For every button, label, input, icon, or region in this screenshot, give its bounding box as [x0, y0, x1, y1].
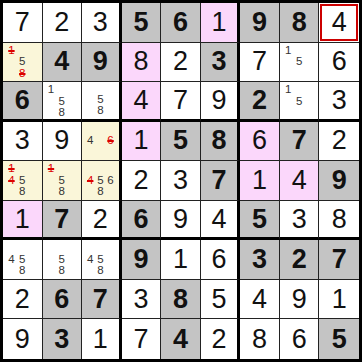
cell-r1c8[interactable]: 8: [280, 3, 320, 43]
cell-r9c7[interactable]: 8: [240, 319, 280, 359]
cell-value: 3: [292, 206, 307, 233]
cell-value: 1: [133, 127, 148, 154]
cell-value: 5: [133, 9, 148, 36]
cell-value: 8: [173, 286, 188, 313]
cell-value: 2: [15, 286, 30, 313]
cell-r9c5[interactable]: 4: [161, 319, 201, 359]
candidate-mark: 4: [8, 254, 14, 266]
cell-value: 2: [212, 326, 227, 353]
cell-r3c5[interactable]: 7: [161, 82, 201, 122]
cell-r6c3[interactable]: 2: [82, 201, 122, 241]
cell-r2c7[interactable]: 7: [240, 43, 280, 83]
cell-r5c6[interactable]: 7: [201, 161, 241, 201]
candidate-mark: 8: [59, 107, 65, 119]
candidate-mark: 5: [296, 96, 302, 108]
cell-value: 2: [173, 48, 188, 75]
cell-r4c9[interactable]: 2: [319, 122, 359, 162]
cell-value: 6: [292, 326, 307, 353]
cell-value: 8: [212, 127, 227, 154]
candidate-mark-struck: 1: [48, 163, 54, 175]
cell-r6c1[interactable]: 1: [3, 201, 43, 241]
candidate-grid: 1458: [3, 161, 42, 200]
candidate-grid: 158: [43, 161, 82, 200]
cell-r2c6[interactable]: 3: [201, 43, 241, 83]
cell-r1c2[interactable]: 2: [43, 3, 83, 43]
candidate-grid: 158: [43, 82, 82, 119]
cell-r7c9[interactable]: 7: [319, 240, 359, 280]
cell-value: 1: [332, 286, 347, 313]
cell-value: 2: [54, 9, 69, 36]
cell-r9c2[interactable]: 3: [43, 319, 83, 359]
cell-value: 5: [332, 326, 347, 353]
cell-value: 3: [252, 246, 267, 273]
cell-r6c8[interactable]: 3: [280, 201, 320, 241]
candidate-mark: 8: [97, 265, 103, 277]
cell-r8c3[interactable]: 7: [82, 280, 122, 320]
cell-r5c7[interactable]: 1: [240, 161, 280, 201]
cell-value: 6: [212, 246, 227, 273]
cell-value: 6: [15, 87, 30, 114]
cell-value: 9: [212, 87, 227, 114]
cell-r8c2[interactable]: 6: [43, 280, 83, 320]
cell-value: 3: [93, 9, 108, 36]
candidate-mark: 8: [97, 186, 103, 198]
candidate-grid: 458: [82, 240, 119, 279]
cell-r2c9[interactable]: 6: [319, 43, 359, 83]
cell-value: 4: [54, 48, 69, 75]
candidate-grid: 46: [82, 122, 119, 161]
cell-r7c4[interactable]: 9: [122, 240, 162, 280]
cell-value: 4: [133, 87, 148, 114]
cell-value: 2: [292, 246, 307, 273]
cell-r9c9[interactable]: 5: [319, 319, 359, 359]
cell-r4c2[interactable]: 9: [43, 122, 83, 162]
cell-value: 8: [133, 48, 148, 75]
cell-value: 6: [332, 48, 347, 75]
cell-value: 1: [15, 206, 30, 233]
cell-r4c6[interactable]: 8: [201, 122, 241, 162]
cell-r1c3[interactable]: 3: [82, 3, 122, 43]
cell-r4c7[interactable]: 6: [240, 122, 280, 162]
cell-value: 7: [332, 246, 347, 273]
candidate-mark-struck: 4: [87, 175, 93, 187]
cell-value: 2: [93, 206, 108, 233]
candidate-grid: 58: [82, 82, 119, 119]
cell-r7c8[interactable]: 2: [280, 240, 320, 280]
cell-value: 9: [133, 246, 148, 273]
cell-value: 2: [133, 167, 148, 194]
cell-r3c4[interactable]: 4: [122, 82, 162, 122]
cell-value: 9: [332, 167, 347, 194]
candidate-grid: 458: [3, 240, 42, 279]
cell-value: 9: [93, 48, 108, 75]
cell-r9c8[interactable]: 6: [280, 319, 320, 359]
cell-r6c5[interactable]: 9: [161, 201, 201, 241]
cell-r5c8[interactable]: 4: [280, 161, 320, 201]
cell-r1c5[interactable]: 6: [161, 3, 201, 43]
candidate-mark-struck: 1: [8, 163, 14, 175]
sudoku-board: 7235619841584982371566158584792153394615…: [0, 0, 362, 362]
cell-value: 7: [212, 167, 227, 194]
cell-r2c8[interactable]: 15: [280, 43, 320, 83]
cell-r8c8[interactable]: 9: [280, 280, 320, 320]
cell-value: 1: [93, 326, 108, 353]
cell-value: 7: [252, 48, 267, 75]
cell-r7c2[interactable]: 58: [43, 240, 83, 280]
cell-r8c5[interactable]: 8: [161, 280, 201, 320]
cell-value: 4: [332, 9, 347, 36]
candidate-mark-struck: 6: [107, 135, 113, 147]
cell-value: 5: [173, 127, 188, 154]
cell-r6c6[interactable]: 4: [201, 201, 241, 241]
cell-r2c1[interactable]: 158: [3, 43, 43, 83]
cell-value: 3: [15, 127, 30, 154]
cell-r5c3[interactable]: 4568: [82, 161, 122, 201]
cell-r2c5[interactable]: 2: [161, 43, 201, 83]
candidate-mark: 1: [285, 45, 291, 57]
cell-value: 8: [292, 9, 307, 36]
cell-r1c6[interactable]: 1: [201, 3, 241, 43]
cell-r7c3[interactable]: 458: [82, 240, 122, 280]
candidate-mark: 5: [19, 56, 25, 68]
cell-r6c4[interactable]: 6: [122, 201, 162, 241]
candidate-mark: 6: [107, 175, 113, 187]
cell-r8c7[interactable]: 4: [240, 280, 280, 320]
cell-r8c1[interactable]: 2: [3, 280, 43, 320]
cell-value: 1: [173, 246, 188, 273]
candidate-mark: 8: [19, 186, 25, 198]
cell-value: 7: [15, 9, 30, 36]
cell-r8c6[interactable]: 5: [201, 280, 241, 320]
cell-value: 3: [54, 326, 69, 353]
cell-r9c4[interactable]: 7: [122, 319, 162, 359]
cell-value: 7: [93, 286, 108, 313]
cell-r5c2[interactable]: 158: [43, 161, 83, 201]
cell-r6c7[interactable]: 5: [240, 201, 280, 241]
candidate-mark: 8: [59, 186, 65, 198]
cell-r6c9[interactable]: 8: [319, 201, 359, 241]
cell-r1c1[interactable]: 7: [3, 3, 43, 43]
cell-value: 4: [212, 206, 227, 233]
cell-r3c1[interactable]: 6: [3, 82, 43, 122]
cell-value: 2: [332, 127, 347, 154]
cell-r1c7[interactable]: 9: [240, 3, 280, 43]
cell-value: 7: [292, 127, 307, 154]
cell-value: 9: [252, 9, 267, 36]
cell-r8c4[interactable]: 3: [122, 280, 162, 320]
cell-r4c3[interactable]: 46: [82, 122, 122, 162]
cell-r3c3[interactable]: 58: [82, 82, 122, 122]
cell-r7c1[interactable]: 458: [3, 240, 43, 280]
cell-r9c6[interactable]: 2: [201, 319, 241, 359]
cell-r2c2[interactable]: 4: [43, 43, 83, 83]
candidate-mark-struck: 8: [19, 68, 25, 80]
cell-value: 2: [252, 87, 267, 114]
cell-value: 6: [173, 9, 188, 36]
cell-value: 9: [15, 326, 30, 353]
cell-value: 1: [252, 167, 267, 194]
cell-r7c5[interactable]: 1: [161, 240, 201, 280]
cell-value: 5: [252, 206, 267, 233]
cell-r1c9[interactable]: 4: [319, 3, 359, 43]
cell-value: 1: [212, 9, 227, 36]
candidate-grid: 15: [280, 82, 319, 119]
cell-value: 7: [133, 326, 148, 353]
candidate-mark: 8: [97, 105, 103, 117]
candidate-mark: 4: [87, 254, 93, 266]
cell-r3c6[interactable]: 9: [201, 82, 241, 122]
candidate-mark: 8: [59, 265, 65, 277]
cell-value: 9: [173, 206, 188, 233]
cell-r6c2[interactable]: 7: [43, 201, 83, 241]
cell-r5c1[interactable]: 1458: [3, 161, 43, 201]
cell-value: 4: [173, 326, 188, 353]
candidate-mark-struck: 4: [8, 175, 14, 187]
cell-value: 4: [252, 286, 267, 313]
cell-value: 7: [54, 206, 69, 233]
cell-r1c4[interactable]: 5: [122, 3, 162, 43]
candidate-grid: 58: [43, 240, 82, 279]
cell-value: 3: [133, 286, 148, 313]
cell-value: 3: [212, 48, 227, 75]
candidate-mark: 8: [19, 265, 25, 277]
cell-value: 9: [292, 286, 307, 313]
cell-value: 6: [54, 286, 69, 313]
cell-value: 3: [332, 87, 347, 114]
cell-r2c3[interactable]: 9: [82, 43, 122, 83]
cell-value: 6: [133, 206, 148, 233]
cell-value: 6: [252, 127, 267, 154]
cell-value: 8: [332, 206, 347, 233]
candidate-mark-struck: 1: [8, 45, 14, 57]
cell-r4c5[interactable]: 5: [161, 122, 201, 162]
cell-value: 8: [252, 326, 267, 353]
cell-r3c2[interactable]: 158: [43, 82, 83, 122]
cell-r4c8[interactable]: 7: [280, 122, 320, 162]
cell-r5c4[interactable]: 2: [122, 161, 162, 201]
cell-r4c1[interactable]: 3: [3, 122, 43, 162]
cell-r5c5[interactable]: 3: [161, 161, 201, 201]
cell-value: 3: [173, 167, 188, 194]
candidate-mark: 5: [296, 56, 302, 68]
cell-r7c7[interactable]: 3: [240, 240, 280, 280]
candidate-mark: 1: [48, 84, 54, 96]
cell-r8c9[interactable]: 1: [319, 280, 359, 320]
cell-value: 9: [54, 127, 69, 154]
cell-r5c9[interactable]: 9: [319, 161, 359, 201]
cell-r7c6[interactable]: 6: [201, 240, 241, 280]
cell-r4c4[interactable]: 1: [122, 122, 162, 162]
cell-r9c3[interactable]: 1: [82, 319, 122, 359]
cell-r3c9[interactable]: 3: [319, 82, 359, 122]
candidate-mark: 1: [285, 84, 291, 96]
cell-r2c4[interactable]: 8: [122, 43, 162, 83]
cell-r3c7[interactable]: 2: [240, 82, 280, 122]
cell-r9c1[interactable]: 9: [3, 319, 43, 359]
cell-value: 5: [212, 286, 227, 313]
cell-r3c8[interactable]: 15: [280, 82, 320, 122]
candidate-grid: 15: [280, 43, 319, 82]
candidate-mark: 4: [87, 135, 93, 147]
candidate-grid: 4568: [82, 161, 119, 200]
candidate-grid: 158: [3, 43, 42, 82]
cell-value: 7: [173, 87, 188, 114]
cell-value: 4: [292, 167, 307, 194]
